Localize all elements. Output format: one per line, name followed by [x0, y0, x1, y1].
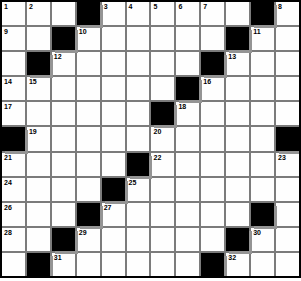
cell[interactable]: [151, 77, 174, 100]
clue-number: 27: [104, 204, 112, 211]
clue-number: 7: [203, 3, 207, 10]
cell[interactable]: [226, 2, 249, 25]
cell[interactable]: [77, 77, 100, 100]
clue-number: 18: [178, 103, 186, 110]
cell[interactable]: 14: [2, 77, 25, 100]
clue-number: 20: [153, 128, 161, 135]
cell[interactable]: [176, 203, 199, 226]
block-cell: [27, 253, 50, 276]
cell[interactable]: 12: [52, 52, 75, 75]
clue-number: 10: [79, 28, 87, 35]
clue-number: 25: [129, 179, 137, 186]
cell[interactable]: [226, 203, 249, 226]
clue-number: 11: [253, 28, 260, 35]
clue-number: 22: [153, 154, 161, 161]
cell[interactable]: [176, 127, 199, 150]
cell[interactable]: [151, 228, 174, 251]
clue-number: 29: [79, 229, 87, 236]
block-cell: [226, 27, 249, 50]
cell[interactable]: [2, 253, 25, 276]
block-cell: [77, 2, 100, 25]
cell[interactable]: 9: [2, 27, 25, 50]
cell[interactable]: [176, 153, 199, 176]
cell[interactable]: [201, 102, 224, 125]
cell[interactable]: [127, 27, 150, 50]
cell[interactable]: [251, 52, 274, 75]
cell[interactable]: [226, 102, 249, 125]
block-cell: [201, 253, 224, 276]
clue-number: 30: [253, 229, 261, 236]
cell[interactable]: [52, 77, 75, 100]
cell[interactable]: 32: [226, 253, 249, 276]
clue-number: 26: [4, 204, 12, 211]
cell[interactable]: 21: [2, 153, 25, 176]
cell[interactable]: [27, 153, 50, 176]
block-cell: [276, 127, 299, 150]
cell[interactable]: [27, 102, 50, 125]
block-cell: [27, 52, 50, 75]
clue-number: 8: [278, 3, 282, 10]
cell[interactable]: 13: [226, 52, 249, 75]
block-cell: [251, 2, 274, 25]
clue-number: 1: [4, 3, 8, 10]
cell[interactable]: [102, 253, 125, 276]
cell[interactable]: 11: [251, 27, 274, 50]
cell[interactable]: [276, 228, 299, 251]
cell[interactable]: [176, 178, 199, 201]
cell[interactable]: 8: [276, 2, 299, 25]
cell[interactable]: 20: [151, 127, 174, 150]
cell[interactable]: [276, 102, 299, 125]
cell[interactable]: [102, 77, 125, 100]
cell[interactable]: [276, 77, 299, 100]
cell[interactable]: 26: [2, 203, 25, 226]
cell[interactable]: 5: [151, 2, 174, 25]
cell[interactable]: [176, 27, 199, 50]
clue-number: 23: [278, 154, 286, 161]
cell[interactable]: 2: [27, 2, 50, 25]
cell[interactable]: [52, 203, 75, 226]
cell[interactable]: [251, 153, 274, 176]
cell[interactable]: 16: [201, 77, 224, 100]
cell[interactable]: 10: [77, 27, 100, 50]
cell[interactable]: [226, 153, 249, 176]
cell[interactable]: 18: [176, 102, 199, 125]
block-cell: [102, 178, 125, 201]
cell[interactable]: 6: [176, 2, 199, 25]
cell[interactable]: [176, 228, 199, 251]
cell[interactable]: [2, 52, 25, 75]
clue-number: 9: [4, 28, 8, 35]
clue-number: 12: [54, 53, 62, 60]
cell[interactable]: [226, 127, 249, 150]
block-cell: [52, 228, 75, 251]
cell[interactable]: 15: [27, 77, 50, 100]
cell[interactable]: [77, 153, 100, 176]
block-cell: [201, 52, 224, 75]
block-cell: [127, 153, 150, 176]
block-cell: [176, 77, 199, 100]
cell[interactable]: [251, 102, 274, 125]
cell[interactable]: [77, 253, 100, 276]
cell[interactable]: 23: [276, 153, 299, 176]
cell[interactable]: [77, 178, 100, 201]
cell[interactable]: [276, 253, 299, 276]
cell[interactable]: [276, 27, 299, 50]
block-cell: [77, 203, 100, 226]
cell[interactable]: [102, 102, 125, 125]
cell[interactable]: [52, 127, 75, 150]
cell[interactable]: [27, 178, 50, 201]
cell[interactable]: [102, 228, 125, 251]
cell[interactable]: [127, 228, 150, 251]
cell[interactable]: [276, 178, 299, 201]
cell[interactable]: 7: [201, 2, 224, 25]
cell[interactable]: [151, 178, 174, 201]
clue-number: 3: [104, 3, 108, 10]
cell[interactable]: 27: [102, 203, 125, 226]
cell[interactable]: 31: [52, 253, 75, 276]
cell[interactable]: 22: [151, 153, 174, 176]
clue-number: 15: [29, 78, 37, 85]
clue-number: 4: [129, 3, 133, 10]
cell[interactable]: [251, 178, 274, 201]
crossword-board: 1234567891011121314151617181920212223242…: [0, 0, 301, 281]
clue-number: 16: [203, 78, 211, 85]
cell[interactable]: [127, 52, 150, 75]
clue-number: 17: [4, 103, 12, 110]
cell[interactable]: 29: [77, 228, 100, 251]
cell[interactable]: [127, 102, 150, 125]
block-cell: [251, 203, 274, 226]
block-cell: [226, 228, 249, 251]
cell[interactable]: 3: [102, 2, 125, 25]
cell[interactable]: [201, 178, 224, 201]
cell[interactable]: [27, 228, 50, 251]
cell[interactable]: [201, 153, 224, 176]
cell[interactable]: [201, 27, 224, 50]
cell[interactable]: [151, 253, 174, 276]
block-cell: [2, 127, 25, 150]
cell[interactable]: [201, 228, 224, 251]
cell[interactable]: 25: [127, 178, 150, 201]
clue-number: 14: [4, 78, 12, 85]
cell[interactable]: 28: [2, 228, 25, 251]
cell[interactable]: [151, 203, 174, 226]
block-cell: [52, 27, 75, 50]
clue-number: 21: [4, 154, 12, 161]
cell[interactable]: 30: [251, 228, 274, 251]
cell[interactable]: [27, 203, 50, 226]
clue-number: 24: [4, 179, 12, 186]
cell[interactable]: 24: [2, 178, 25, 201]
cell[interactable]: [276, 52, 299, 75]
cell[interactable]: [251, 127, 274, 150]
clue-number: 28: [4, 229, 12, 236]
clue-number: 5: [153, 3, 157, 10]
cell[interactable]: [127, 127, 150, 150]
cell[interactable]: [127, 253, 150, 276]
cell[interactable]: [27, 27, 50, 50]
cell[interactable]: [102, 127, 125, 150]
cell[interactable]: [251, 77, 274, 100]
cell[interactable]: [102, 52, 125, 75]
cell[interactable]: [52, 178, 75, 201]
clue-number: 32: [228, 254, 236, 261]
cell[interactable]: [52, 102, 75, 125]
cell[interactable]: [226, 77, 249, 100]
cell[interactable]: 17: [2, 102, 25, 125]
cell[interactable]: [151, 27, 174, 50]
cell[interactable]: [151, 52, 174, 75]
block-cell: [151, 102, 174, 125]
cell[interactable]: [52, 2, 75, 25]
cell[interactable]: [77, 127, 100, 150]
cell[interactable]: [251, 253, 274, 276]
cell[interactable]: [176, 253, 199, 276]
cell[interactable]: [127, 203, 150, 226]
cell[interactable]: [77, 52, 100, 75]
cell[interactable]: 1: [2, 2, 25, 25]
cell[interactable]: [201, 203, 224, 226]
cell[interactable]: [201, 127, 224, 150]
clue-number: 2: [29, 3, 33, 10]
cell[interactable]: [77, 102, 100, 125]
cell[interactable]: [276, 203, 299, 226]
cell[interactable]: [102, 153, 125, 176]
cell[interactable]: [127, 77, 150, 100]
clue-number: 13: [228, 53, 236, 60]
cell[interactable]: [226, 178, 249, 201]
clue-number: 19: [29, 128, 37, 135]
cell[interactable]: [176, 52, 199, 75]
cell[interactable]: [52, 153, 75, 176]
clue-number: 6: [178, 3, 182, 10]
cell[interactable]: [102, 27, 125, 50]
cell[interactable]: 4: [127, 2, 150, 25]
cell[interactable]: 19: [27, 127, 50, 150]
clue-number: 31: [54, 254, 62, 261]
crossword-grid: 1234567891011121314151617181920212223242…: [0, 0, 301, 278]
